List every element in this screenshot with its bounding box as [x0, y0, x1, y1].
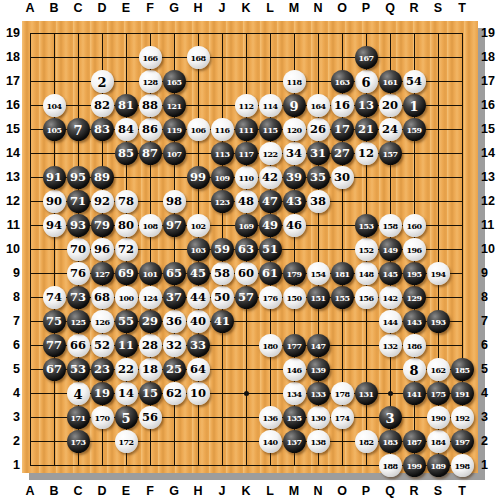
stone-white-170-D3[interactable]: 170	[91, 406, 114, 429]
stone-black-117-K14[interactable]: 117	[235, 142, 258, 165]
move-number: 45	[190, 268, 206, 280]
stone-black-187-R2[interactable]: 187	[403, 430, 426, 453]
col-label-top-C: C	[68, 1, 88, 15]
move-number: 159	[406, 126, 421, 134]
stone-black-165-G17[interactable]: 165	[163, 70, 186, 93]
move-number: 181	[334, 270, 349, 278]
stone-white-146-M5[interactable]: 146	[283, 358, 306, 381]
stone-black-65-G9[interactable]: 65	[163, 262, 186, 285]
stone-white-104-B16[interactable]: 104	[43, 94, 66, 117]
col-label-top-F: F	[140, 1, 160, 15]
stone-white-64-H5[interactable]: 64	[187, 358, 210, 381]
stone-black-3-Q3[interactable]: 3	[379, 406, 402, 429]
move-number: 1	[409, 99, 418, 112]
stone-white-36-G7[interactable]: 36	[163, 310, 186, 333]
move-number: 77	[46, 340, 62, 352]
stone-white-158-Q11[interactable]: 158	[379, 214, 402, 237]
col-label-bottom-F: F	[140, 484, 160, 498]
stone-black-71-C12[interactable]: 71	[67, 190, 90, 213]
move-number: 91	[46, 172, 62, 184]
stone-white-184-S2[interactable]: 184	[427, 430, 450, 453]
row-label-left-17: 17	[0, 74, 20, 88]
stone-black-31-N14[interactable]: 31	[307, 142, 330, 165]
stone-white-128-F17[interactable]: 128	[139, 70, 162, 93]
stone-black-111-K15[interactable]: 111	[235, 118, 258, 141]
stone-black-53-C5[interactable]: 53	[67, 358, 90, 381]
move-number: 135	[286, 414, 301, 422]
stone-white-40-H7[interactable]: 40	[187, 310, 210, 333]
move-number: 193	[430, 318, 445, 326]
move-number: 39	[286, 172, 302, 184]
stone-white-178-O4[interactable]: 178	[331, 382, 354, 405]
stone-white-62-G4[interactable]: 62	[163, 382, 186, 405]
stone-black-93-C11[interactable]: 93	[67, 214, 90, 237]
move-number: 118	[286, 78, 301, 86]
stone-white-134-M4[interactable]: 134	[283, 382, 306, 405]
move-number: 28	[142, 340, 158, 352]
move-number: 50	[214, 292, 230, 304]
stone-black-175-S4[interactable]: 175	[427, 382, 450, 405]
stone-white-108-F11[interactable]: 108	[139, 214, 162, 237]
stone-black-119-G15[interactable]: 119	[163, 118, 186, 141]
stone-white-46-M11[interactable]: 46	[283, 214, 306, 237]
move-number: 153	[358, 222, 373, 230]
stone-white-50-J8[interactable]: 50	[211, 286, 234, 309]
stone-black-173-C2[interactable]: 173	[67, 430, 90, 453]
stone-black-185-T5[interactable]: 185	[451, 358, 474, 381]
move-number: 92	[94, 196, 110, 208]
stone-white-156-P8[interactable]: 156	[355, 286, 378, 309]
stone-black-127-D9[interactable]: 127	[91, 262, 114, 285]
stone-black-181-O9[interactable]: 181	[331, 262, 354, 285]
stone-black-1-R16[interactable]: 1	[403, 94, 426, 117]
stone-black-81-E16[interactable]: 81	[115, 94, 138, 117]
stone-black-91-B13[interactable]: 91	[43, 166, 66, 189]
move-number: 16	[334, 100, 350, 112]
move-number: 162	[430, 366, 445, 374]
stone-black-143-R7[interactable]: 143	[403, 310, 426, 333]
stone-black-183-Q2[interactable]: 183	[379, 430, 402, 453]
stone-white-164-N16[interactable]: 164	[307, 94, 330, 117]
move-number: 30	[334, 172, 350, 184]
col-label-top-S: S	[428, 1, 448, 15]
stone-black-9-M16[interactable]: 9	[283, 94, 306, 117]
move-number: 94	[46, 220, 62, 232]
stone-white-84-E15[interactable]: 84	[115, 118, 138, 141]
stone-black-151-N8[interactable]: 151	[307, 286, 330, 309]
move-number: 57	[238, 292, 254, 304]
stone-white-160-R11[interactable]: 160	[403, 214, 426, 237]
move-number: 8	[409, 363, 418, 376]
stone-black-29-F7[interactable]: 29	[139, 310, 162, 333]
stone-black-191-T4[interactable]: 191	[451, 382, 474, 405]
stone-white-52-D6[interactable]: 52	[91, 334, 114, 357]
stone-black-193-S7[interactable]: 193	[427, 310, 450, 333]
stone-black-47-L12[interactable]: 47	[259, 190, 282, 213]
stone-black-155-O8[interactable]: 155	[331, 286, 354, 309]
stone-white-92-D12[interactable]: 92	[91, 190, 114, 213]
stone-white-82-D16[interactable]: 82	[91, 94, 114, 117]
move-number: 34	[286, 148, 302, 160]
stone-black-101-F9[interactable]: 101	[139, 262, 162, 285]
stone-white-6-P17[interactable]: 6	[355, 70, 378, 93]
stone-white-136-L3[interactable]: 136	[259, 406, 282, 429]
col-label-top-P: P	[356, 1, 376, 15]
stone-black-39-M13[interactable]: 39	[283, 166, 306, 189]
move-number: 136	[262, 414, 277, 422]
move-number: 95	[70, 172, 86, 184]
stone-white-78-E12[interactable]: 78	[115, 190, 138, 213]
move-number: 21	[358, 124, 374, 136]
stone-black-95-C13[interactable]: 95	[67, 166, 90, 189]
stone-black-113-J14[interactable]: 113	[211, 142, 234, 165]
stone-black-141-R4[interactable]: 141	[403, 382, 426, 405]
move-number: 172	[118, 438, 133, 446]
row-label-left-4: 4	[0, 386, 20, 400]
move-number: 196	[406, 246, 421, 254]
stone-white-74-B8[interactable]: 74	[43, 286, 66, 309]
move-number: 25	[166, 364, 182, 376]
stone-black-63-K10[interactable]: 63	[235, 238, 258, 261]
stone-white-20-Q16[interactable]: 20	[379, 94, 402, 117]
stone-black-137-M2[interactable]: 137	[283, 430, 306, 453]
stone-black-19-D4[interactable]: 19	[91, 382, 114, 405]
move-number: 199	[406, 462, 421, 470]
stone-white-60-K9[interactable]: 60	[235, 262, 258, 285]
move-number: 36	[166, 316, 182, 328]
move-number: 115	[262, 126, 277, 134]
move-number: 128	[142, 78, 157, 86]
stone-white-42-L13[interactable]: 42	[259, 166, 282, 189]
stone-black-97-G11[interactable]: 97	[163, 214, 186, 237]
stone-white-48-K12[interactable]: 48	[235, 190, 258, 213]
move-number: 143	[406, 318, 421, 326]
move-number: 93	[70, 220, 86, 232]
stone-white-66-C6[interactable]: 66	[67, 334, 90, 357]
stone-white-68-D8[interactable]: 68	[91, 286, 114, 309]
stone-white-148-P9[interactable]: 148	[355, 262, 378, 285]
stone-black-11-E6[interactable]: 11	[115, 334, 138, 357]
stone-black-131-P4[interactable]: 131	[355, 382, 378, 405]
col-label-top-D: D	[92, 1, 112, 15]
col-label-bottom-H: H	[188, 484, 208, 498]
move-number: 26	[310, 124, 326, 136]
stone-white-18-F5[interactable]: 18	[139, 358, 162, 381]
stone-white-10-H4[interactable]: 10	[187, 382, 210, 405]
stone-white-144-Q7[interactable]: 144	[379, 310, 402, 333]
stone-white-110-K13[interactable]: 110	[235, 166, 258, 189]
col-label-bottom-E: E	[116, 484, 136, 498]
stone-black-149-Q10[interactable]: 149	[379, 238, 402, 261]
col-label-bottom-R: R	[404, 484, 424, 498]
stone-white-106-H15[interactable]: 106	[187, 118, 210, 141]
stone-black-121-G16[interactable]: 121	[163, 94, 186, 117]
stone-black-147-N6[interactable]: 147	[307, 334, 330, 357]
stone-black-7-C15[interactable]: 7	[67, 118, 90, 141]
stone-black-99-H13[interactable]: 99	[187, 166, 210, 189]
row-label-right-5: 5	[481, 362, 500, 376]
move-number: 60	[238, 268, 254, 280]
stone-black-103-H10[interactable]: 103	[187, 238, 210, 261]
move-number: 46	[286, 220, 302, 232]
stone-white-196-R10[interactable]: 196	[403, 238, 426, 261]
stone-white-116-J15[interactable]: 116	[211, 118, 234, 141]
stone-white-58-J9[interactable]: 58	[211, 262, 234, 285]
row-label-right-14: 14	[481, 146, 500, 160]
stone-white-2-D17[interactable]: 2	[91, 70, 114, 93]
row-label-left-6: 6	[0, 338, 20, 352]
go-board[interactable]: 1234567891011121314151617181920212223242…	[22, 21, 478, 473]
stone-white-16-O16[interactable]: 16	[331, 94, 354, 117]
stone-black-133-N4[interactable]: 133	[307, 382, 330, 405]
stone-white-132-Q6[interactable]: 132	[379, 334, 402, 357]
stone-white-176-L8[interactable]: 176	[259, 286, 282, 309]
stone-black-107-G14[interactable]: 107	[163, 142, 186, 165]
stone-white-12-P14[interactable]: 12	[355, 142, 378, 165]
move-number: 84	[118, 124, 134, 136]
stone-black-157-Q14[interactable]: 157	[379, 142, 402, 165]
stone-white-56-F3[interactable]: 56	[139, 406, 162, 429]
stone-white-162-S5[interactable]: 162	[427, 358, 450, 381]
move-number: 189	[430, 462, 445, 470]
stone-white-130-N3[interactable]: 130	[307, 406, 330, 429]
move-number: 184	[430, 438, 445, 446]
stone-white-44-H8[interactable]: 44	[187, 286, 210, 309]
stone-black-145-Q9[interactable]: 145	[379, 262, 402, 285]
move-number: 52	[94, 340, 110, 352]
stone-white-14-E4[interactable]: 14	[115, 382, 138, 405]
move-number: 71	[70, 196, 86, 208]
stone-white-190-S3[interactable]: 190	[427, 406, 450, 429]
stone-black-161-Q17[interactable]: 161	[379, 70, 402, 93]
stone-white-54-R17[interactable]: 54	[403, 70, 426, 93]
stone-black-61-L9[interactable]: 61	[259, 262, 282, 285]
stone-white-98-G12[interactable]: 98	[163, 190, 186, 213]
stone-white-120-M15[interactable]: 120	[283, 118, 306, 141]
stone-black-177-M6[interactable]: 177	[283, 334, 306, 357]
stone-white-8-R5[interactable]: 8	[403, 358, 426, 381]
stone-black-27-O14[interactable]: 27	[331, 142, 354, 165]
stone-black-67-B5[interactable]: 67	[43, 358, 66, 381]
col-label-bottom-G: G	[164, 484, 184, 498]
stone-white-100-E8[interactable]: 100	[115, 286, 138, 309]
stone-white-72-E10[interactable]: 72	[115, 238, 138, 261]
move-number: 134	[286, 390, 301, 398]
stone-white-150-M8[interactable]: 150	[283, 286, 306, 309]
stone-white-4-C4[interactable]: 4	[67, 382, 90, 405]
stone-white-96-D10[interactable]: 96	[91, 238, 114, 261]
stone-black-167-P18[interactable]: 167	[355, 46, 378, 69]
move-number: 67	[46, 364, 62, 376]
stone-white-166-F18[interactable]: 166	[139, 46, 162, 69]
move-number: 22	[118, 364, 134, 376]
stone-white-24-Q15[interactable]: 24	[379, 118, 402, 141]
stone-black-23-D5[interactable]: 23	[91, 358, 114, 381]
stone-black-189-S1[interactable]: 189	[427, 454, 450, 477]
move-number: 31	[310, 148, 326, 160]
stone-white-32-G6[interactable]: 32	[163, 334, 186, 357]
stone-black-153-P11[interactable]: 153	[355, 214, 378, 237]
stone-black-125-C7[interactable]: 125	[67, 310, 90, 333]
stone-black-57-K8[interactable]: 57	[235, 286, 258, 309]
stone-white-140-L2[interactable]: 140	[259, 430, 282, 453]
move-number: 12	[358, 148, 374, 160]
stone-black-59-J10[interactable]: 59	[211, 238, 234, 261]
move-number: 169	[238, 222, 253, 230]
row-label-left-3: 3	[0, 410, 20, 424]
stone-black-25-G5[interactable]: 25	[163, 358, 186, 381]
move-number: 198	[454, 462, 469, 470]
stone-black-195-R9[interactable]: 195	[403, 262, 426, 285]
stone-black-75-B7[interactable]: 75	[43, 310, 66, 333]
stone-black-197-T2[interactable]: 197	[451, 430, 474, 453]
stone-black-163-O17[interactable]: 163	[331, 70, 354, 93]
stone-white-122-L14[interactable]: 122	[259, 142, 282, 165]
stone-black-21-P15[interactable]: 21	[355, 118, 378, 141]
row-label-left-11: 11	[0, 218, 20, 232]
move-number: 157	[382, 150, 397, 158]
stone-black-159-R15[interactable]: 159	[403, 118, 426, 141]
move-number: 19	[94, 388, 110, 400]
stone-black-43-M12[interactable]: 43	[283, 190, 306, 213]
stone-black-73-C8[interactable]: 73	[67, 286, 90, 309]
stone-white-118-M17[interactable]: 118	[283, 70, 306, 93]
move-number: 105	[46, 126, 61, 134]
move-number: 144	[382, 318, 397, 326]
stone-white-182-P2[interactable]: 182	[355, 430, 378, 453]
move-number: 107	[166, 150, 181, 158]
stone-white-70-C10[interactable]: 70	[67, 238, 90, 261]
move-number: 64	[190, 364, 206, 376]
stone-black-15-F4[interactable]: 15	[139, 382, 162, 405]
move-number: 175	[430, 390, 445, 398]
stone-black-171-C3[interactable]: 171	[67, 406, 90, 429]
stone-black-49-L11[interactable]: 49	[259, 214, 282, 237]
move-number: 97	[166, 220, 182, 232]
move-number: 44	[190, 292, 206, 304]
move-number: 129	[406, 294, 421, 302]
move-number: 89	[94, 172, 110, 184]
stone-white-88-F16[interactable]: 88	[139, 94, 162, 117]
stone-black-123-J12[interactable]: 123	[211, 190, 234, 213]
move-number: 3	[385, 411, 394, 424]
stone-black-109-J13[interactable]: 109	[211, 166, 234, 189]
stone-black-135-M3[interactable]: 135	[283, 406, 306, 429]
move-number: 182	[358, 438, 373, 446]
stone-black-13-P16[interactable]: 13	[355, 94, 378, 117]
move-number: 140	[262, 438, 277, 446]
stone-white-198-T1[interactable]: 198	[451, 454, 474, 477]
row-label-right-9: 9	[481, 266, 500, 280]
move-number: 179	[286, 270, 301, 278]
stone-black-5-E3[interactable]: 5	[115, 406, 138, 429]
stone-white-114-L16[interactable]: 114	[259, 94, 282, 117]
stone-black-69-E9[interactable]: 69	[115, 262, 138, 285]
stone-black-77-B6[interactable]: 77	[43, 334, 66, 357]
stone-white-192-T3[interactable]: 192	[451, 406, 474, 429]
stone-black-87-F14[interactable]: 87	[139, 142, 162, 165]
stone-black-41-J7[interactable]: 41	[211, 310, 234, 333]
stone-white-94-B11[interactable]: 94	[43, 214, 66, 237]
move-number: 156	[358, 294, 373, 302]
stone-white-28-F6[interactable]: 28	[139, 334, 162, 357]
move-number: 73	[70, 292, 86, 304]
stone-white-174-O3[interactable]: 174	[331, 406, 354, 429]
stone-white-168-H18[interactable]: 168	[187, 46, 210, 69]
row-label-left-13: 13	[0, 170, 20, 184]
move-number: 63	[238, 244, 254, 256]
stone-black-129-R8[interactable]: 129	[403, 286, 426, 309]
move-number: 150	[286, 294, 301, 302]
stone-black-17-O15[interactable]: 17	[331, 118, 354, 141]
move-number: 10	[190, 388, 206, 400]
row-label-right-7: 7	[481, 314, 500, 328]
stone-white-90-B12[interactable]: 90	[43, 190, 66, 213]
move-number: 183	[382, 438, 397, 446]
stone-white-22-E5[interactable]: 22	[115, 358, 138, 381]
move-number: 55	[118, 316, 134, 328]
stone-white-26-N15[interactable]: 26	[307, 118, 330, 141]
stone-white-186-R6[interactable]: 186	[403, 334, 426, 357]
stone-white-188-Q1[interactable]: 188	[379, 454, 402, 477]
stone-black-35-N13[interactable]: 35	[307, 166, 330, 189]
move-number: 80	[118, 220, 134, 232]
stone-black-33-H6[interactable]: 33	[187, 334, 210, 357]
row-label-right-2: 2	[481, 434, 500, 448]
stone-black-55-E7[interactable]: 55	[115, 310, 138, 333]
stone-black-45-H9[interactable]: 45	[187, 262, 210, 285]
move-number: 192	[454, 414, 469, 422]
stone-black-89-D13[interactable]: 89	[91, 166, 114, 189]
stone-white-172-E2[interactable]: 172	[115, 430, 138, 453]
stone-black-85-E14[interactable]: 85	[115, 142, 138, 165]
stone-black-139-N5[interactable]: 139	[307, 358, 330, 381]
stone-black-83-D15[interactable]: 83	[91, 118, 114, 141]
stone-white-80-E11[interactable]: 80	[115, 214, 138, 237]
stone-black-105-B15[interactable]: 105	[43, 118, 66, 141]
stone-white-142-Q8[interactable]: 142	[379, 286, 402, 309]
stone-black-79-D11[interactable]: 79	[91, 214, 114, 237]
row-label-right-19: 19	[481, 26, 500, 40]
stone-black-199-R1[interactable]: 199	[403, 454, 426, 477]
stone-white-112-K16[interactable]: 112	[235, 94, 258, 117]
stone-white-194-S9[interactable]: 194	[427, 262, 450, 285]
move-number: 66	[70, 340, 86, 352]
stone-black-179-M9[interactable]: 179	[283, 262, 306, 285]
move-number: 195	[406, 270, 421, 278]
stone-white-76-C9[interactable]: 76	[67, 262, 90, 285]
stone-white-102-H11[interactable]: 102	[187, 214, 210, 237]
stone-black-37-G8[interactable]: 37	[163, 286, 186, 309]
stone-white-38-N12[interactable]: 38	[307, 190, 330, 213]
move-number: 114	[262, 102, 277, 110]
stone-white-154-N9[interactable]: 154	[307, 262, 330, 285]
stone-black-115-L15[interactable]: 115	[259, 118, 282, 141]
stone-white-180-L6[interactable]: 180	[259, 334, 282, 357]
move-number: 68	[94, 292, 110, 304]
stone-white-126-D7[interactable]: 126	[91, 310, 114, 333]
stone-white-34-M14[interactable]: 34	[283, 142, 306, 165]
stone-black-51-L10[interactable]: 51	[259, 238, 282, 261]
stone-white-138-N2[interactable]: 138	[307, 430, 330, 453]
row-label-right-18: 18	[481, 50, 500, 64]
stone-white-30-O13[interactable]: 30	[331, 166, 354, 189]
row-label-right-6: 6	[481, 338, 500, 352]
stone-white-152-P10[interactable]: 152	[355, 238, 378, 261]
stone-white-124-F8[interactable]: 124	[139, 286, 162, 309]
stone-white-86-F15[interactable]: 86	[139, 118, 162, 141]
stone-black-169-K11[interactable]: 169	[235, 214, 258, 237]
